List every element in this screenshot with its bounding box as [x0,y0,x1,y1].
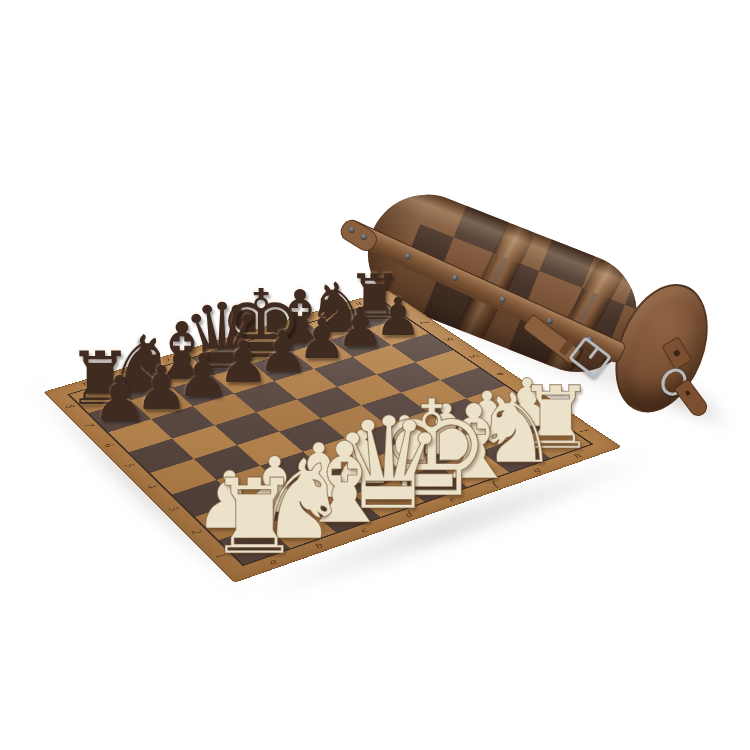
chess-set-product-scene: aabbccddeeffgghh8877665544332211 ♜♞♝♛♚♝♞… [0,0,750,750]
pieces-layer: ♜♞♝♛♚♝♞♜♟♟♟♟♟♟♟♟♟♟♟♟♟♟♟♟♜♞♝♛♚♝♞♜ [0,0,750,750]
piece-black-pawn-a7[interactable]: ♟ [92,369,147,431]
piece-white-rook-a1[interactable]: ♜ [208,465,301,569]
